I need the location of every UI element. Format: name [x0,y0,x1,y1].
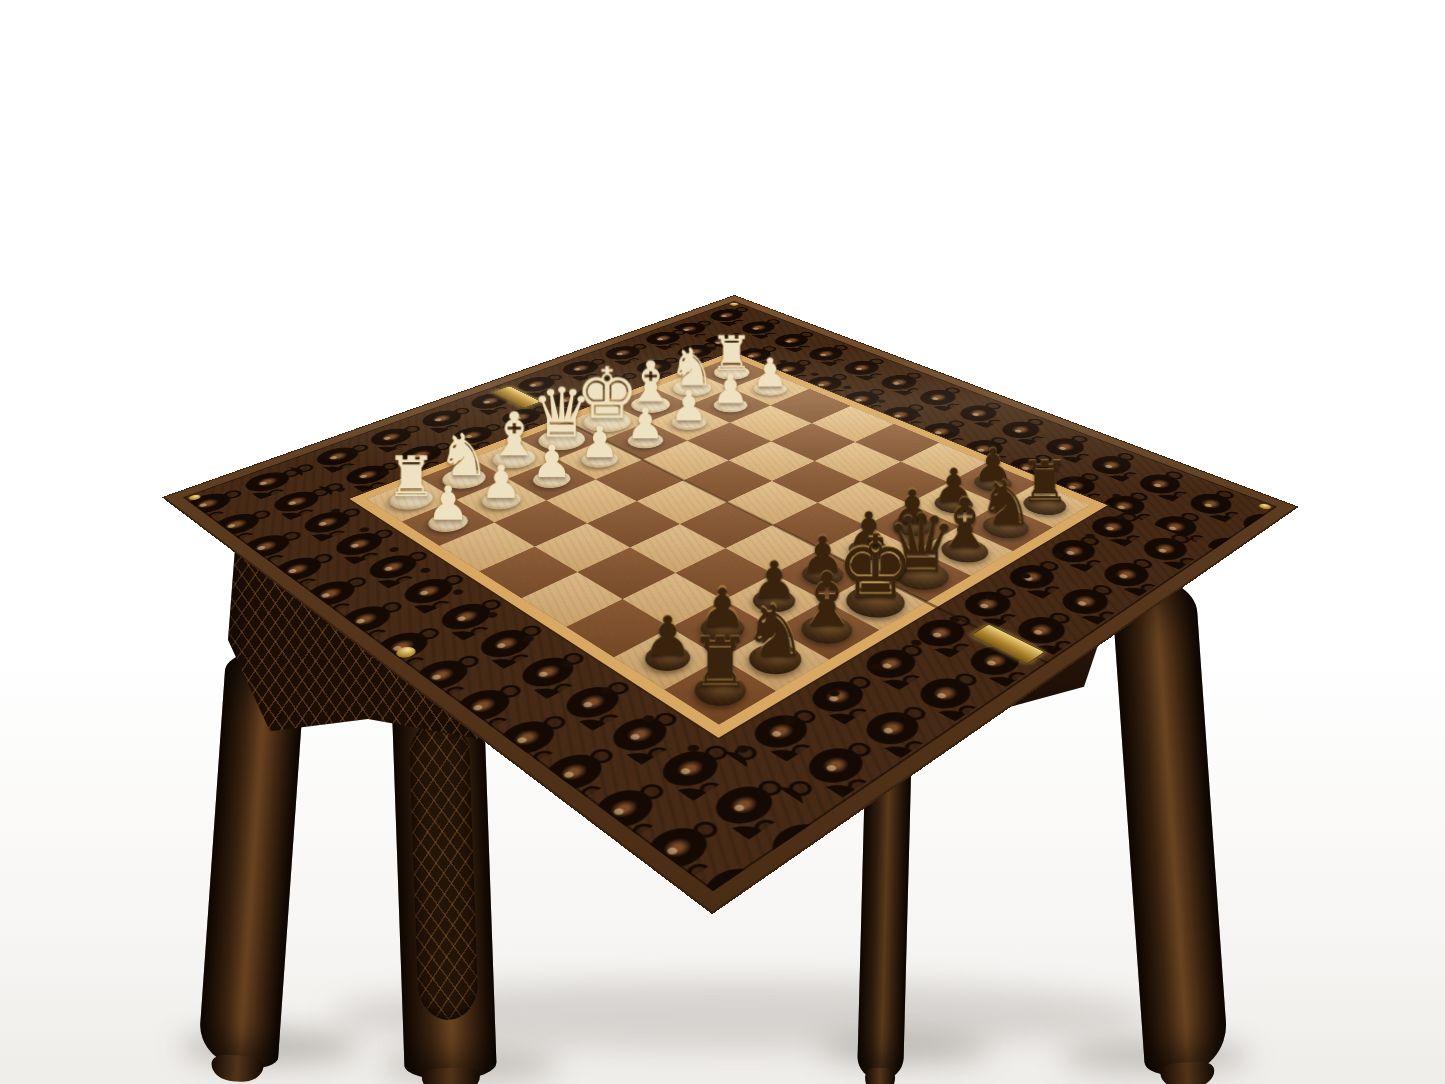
leg-foot [211,1054,264,1084]
board-square[interactable]: ♟ [402,500,494,546]
tabletop: ♜♟♟♜♞♟♟♞♝♟♟♝♚♟♟♛♛♟♟♚♝♟♟♝♞♟♟♞♜♟♟♜ [165,296,1296,911]
leg-foot [421,1067,481,1084]
black-rook[interactable]: ♜ [665,629,775,698]
studio-photo-stage: ♜♟♟♜♞♟♟♞♝♟♟♝♚♟♟♛♛♟♟♚♝♟♟♝♞♟♟♞♜♟♟♜ [0,0,1445,1084]
chess-table: ♜♟♟♜♞♟♟♞♝♟♟♝♚♟♟♛♛♟♟♚♝♟♟♝♞♟♟♞♜♟♟♜ [327,102,1127,902]
slim-leg-shadow [820,1035,990,1065]
leg-foot [1160,1061,1215,1084]
cabriole-leg-right [1111,573,1230,1078]
white-pawn[interactable]: ♟ [402,480,494,527]
leg-foot [865,1068,895,1084]
